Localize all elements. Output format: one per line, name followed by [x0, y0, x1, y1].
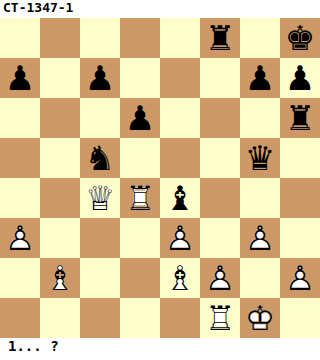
white-bishop[interactable]: ♝♗	[45, 258, 75, 298]
white-king[interactable]: ♚♔	[245, 298, 275, 338]
square-e4[interactable]: ♝	[160, 178, 200, 218]
square-c1[interactable]	[80, 298, 120, 338]
white-pawn[interactable]: ♟♙	[285, 258, 315, 298]
square-g4[interactable]	[240, 178, 280, 218]
square-e3[interactable]: ♟♙	[160, 218, 200, 258]
black-king[interactable]: ♚	[285, 18, 315, 58]
square-h7[interactable]: ♟	[280, 58, 320, 98]
black-pawn[interactable]: ♟	[245, 58, 275, 98]
piece-outline-layer: ♙	[245, 218, 275, 258]
square-g7[interactable]: ♟	[240, 58, 280, 98]
square-e1[interactable]	[160, 298, 200, 338]
piece-outline-layer: ♖	[205, 298, 235, 338]
black-knight[interactable]: ♞	[85, 138, 115, 178]
square-f5[interactable]	[200, 138, 240, 178]
square-a7[interactable]: ♟	[0, 58, 40, 98]
square-d2[interactable]	[120, 258, 160, 298]
square-d3[interactable]	[120, 218, 160, 258]
square-d1[interactable]	[120, 298, 160, 338]
square-h2[interactable]: ♟♙	[280, 258, 320, 298]
square-b2[interactable]: ♝♗	[40, 258, 80, 298]
chess-board: ♜♚♟♟♟♟♟♜♞♛♛♕♜♖♝♟♙♟♙♟♙♝♗♝♗♟♙♟♙♜♖♚♔	[0, 18, 320, 338]
move-prompt: 1... ?	[0, 338, 320, 360]
square-a5[interactable]	[0, 138, 40, 178]
square-f6[interactable]	[200, 98, 240, 138]
piece-outline-layer: ♙	[165, 218, 195, 258]
square-e6[interactable]	[160, 98, 200, 138]
white-rook[interactable]: ♜♖	[125, 178, 155, 218]
square-e5[interactable]	[160, 138, 200, 178]
square-b5[interactable]	[40, 138, 80, 178]
square-h1[interactable]	[280, 298, 320, 338]
square-e7[interactable]	[160, 58, 200, 98]
square-f2[interactable]: ♟♙	[200, 258, 240, 298]
square-d5[interactable]	[120, 138, 160, 178]
square-c7[interactable]: ♟	[80, 58, 120, 98]
square-h3[interactable]	[280, 218, 320, 258]
square-f1[interactable]: ♜♖	[200, 298, 240, 338]
piece-outline-layer: ♙	[285, 258, 315, 298]
square-f7[interactable]	[200, 58, 240, 98]
black-pawn[interactable]: ♟	[285, 58, 315, 98]
piece-outline-layer: ♙	[5, 218, 35, 258]
black-rook[interactable]: ♜	[285, 98, 315, 138]
black-bishop[interactable]: ♝	[165, 178, 195, 218]
square-e8[interactable]	[160, 18, 200, 58]
square-g2[interactable]	[240, 258, 280, 298]
square-f3[interactable]	[200, 218, 240, 258]
square-c6[interactable]	[80, 98, 120, 138]
puzzle-id: CT-1347-1	[0, 0, 320, 18]
piece-outline-layer: ♗	[165, 258, 195, 298]
white-bishop[interactable]: ♝♗	[165, 258, 195, 298]
piece-outline-layer: ♔	[245, 298, 275, 338]
square-h6[interactable]: ♜	[280, 98, 320, 138]
square-b4[interactable]	[40, 178, 80, 218]
black-queen[interactable]: ♛	[245, 138, 275, 178]
square-c8[interactable]	[80, 18, 120, 58]
square-f8[interactable]: ♜	[200, 18, 240, 58]
square-h4[interactable]	[280, 178, 320, 218]
square-b7[interactable]	[40, 58, 80, 98]
square-d4[interactable]: ♜♖	[120, 178, 160, 218]
square-b1[interactable]	[40, 298, 80, 338]
square-a8[interactable]	[0, 18, 40, 58]
square-d7[interactable]	[120, 58, 160, 98]
square-c3[interactable]	[80, 218, 120, 258]
square-c2[interactable]	[80, 258, 120, 298]
square-c4[interactable]: ♛♕	[80, 178, 120, 218]
white-pawn[interactable]: ♟♙	[5, 218, 35, 258]
square-g8[interactable]	[240, 18, 280, 58]
piece-outline-layer: ♗	[45, 258, 75, 298]
white-pawn[interactable]: ♟♙	[245, 218, 275, 258]
square-a6[interactable]	[0, 98, 40, 138]
square-g3[interactable]: ♟♙	[240, 218, 280, 258]
square-a4[interactable]	[0, 178, 40, 218]
square-h5[interactable]	[280, 138, 320, 178]
square-b3[interactable]	[40, 218, 80, 258]
square-g6[interactable]	[240, 98, 280, 138]
black-pawn[interactable]: ♟	[85, 58, 115, 98]
black-pawn[interactable]: ♟	[5, 58, 35, 98]
square-b6[interactable]	[40, 98, 80, 138]
square-c5[interactable]: ♞	[80, 138, 120, 178]
square-h8[interactable]: ♚	[280, 18, 320, 58]
square-b8[interactable]	[40, 18, 80, 58]
square-a1[interactable]	[0, 298, 40, 338]
black-pawn[interactable]: ♟	[125, 98, 155, 138]
square-a2[interactable]	[0, 258, 40, 298]
piece-outline-layer: ♕	[85, 178, 115, 218]
piece-outline-layer: ♖	[125, 178, 155, 218]
white-rook[interactable]: ♜♖	[205, 298, 235, 338]
square-a3[interactable]: ♟♙	[0, 218, 40, 258]
square-d6[interactable]: ♟	[120, 98, 160, 138]
square-e2[interactable]: ♝♗	[160, 258, 200, 298]
square-g5[interactable]: ♛	[240, 138, 280, 178]
square-d8[interactable]	[120, 18, 160, 58]
square-f4[interactable]	[200, 178, 240, 218]
square-g1[interactable]: ♚♔	[240, 298, 280, 338]
white-pawn[interactable]: ♟♙	[205, 258, 235, 298]
white-pawn[interactable]: ♟♙	[165, 218, 195, 258]
black-rook[interactable]: ♜	[205, 18, 235, 58]
white-queen[interactable]: ♛♕	[85, 178, 115, 218]
piece-outline-layer: ♙	[205, 258, 235, 298]
